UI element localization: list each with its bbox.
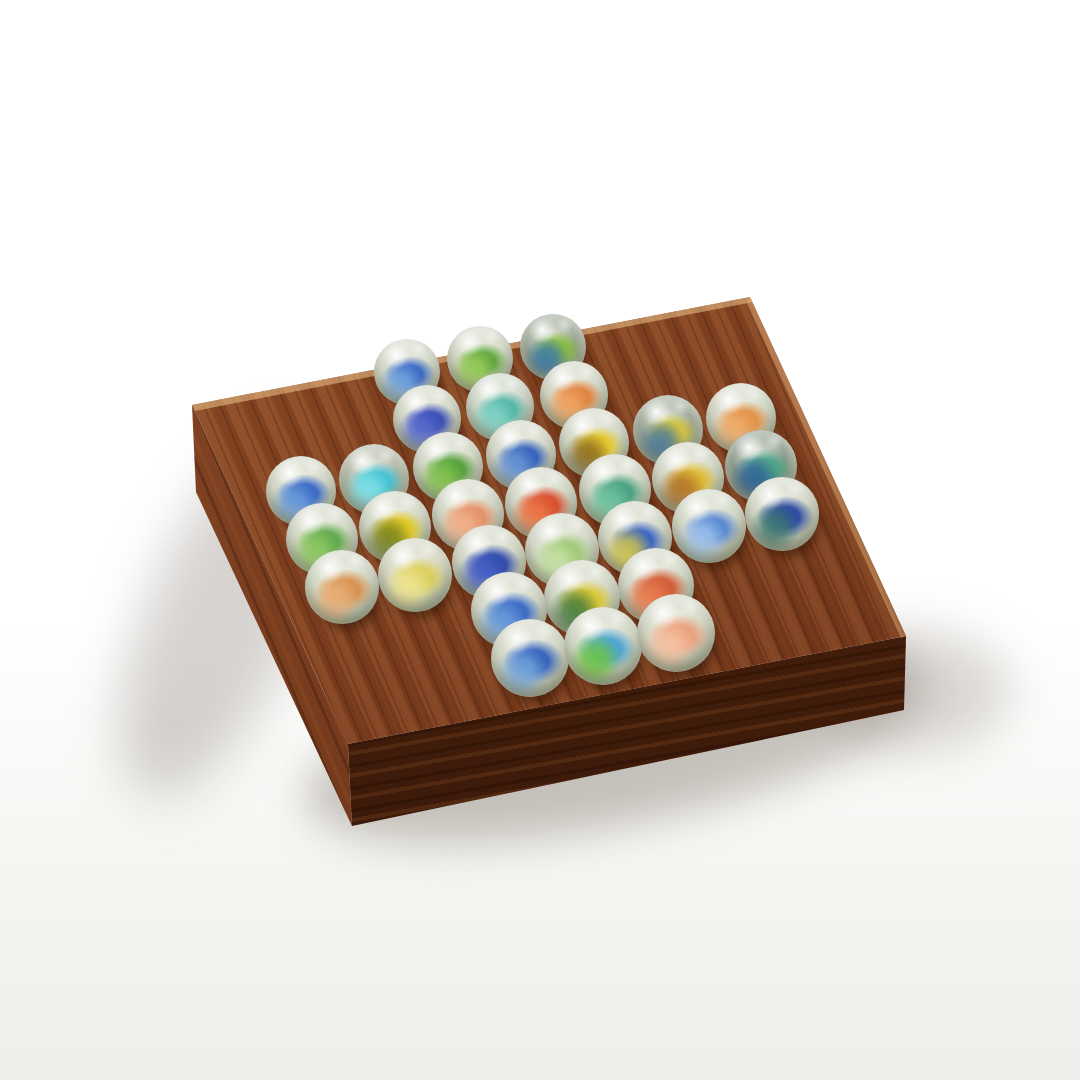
marble-r5c1-orange[interactable] [305, 550, 379, 624]
marble-layer [0, 0, 1080, 1080]
marble-r5c6-light-blue[interactable] [672, 489, 746, 563]
marble-r7c4-aqua-striped[interactable] [564, 607, 642, 685]
marble-r7c5-salmon[interactable] [637, 594, 715, 672]
marble-r5c2-pale-yellow[interactable] [378, 538, 452, 612]
product-photo-stage [0, 0, 1080, 1080]
marble-r7c3-blue[interactable] [491, 619, 569, 697]
marble-r5c7-navy[interactable] [745, 477, 819, 551]
